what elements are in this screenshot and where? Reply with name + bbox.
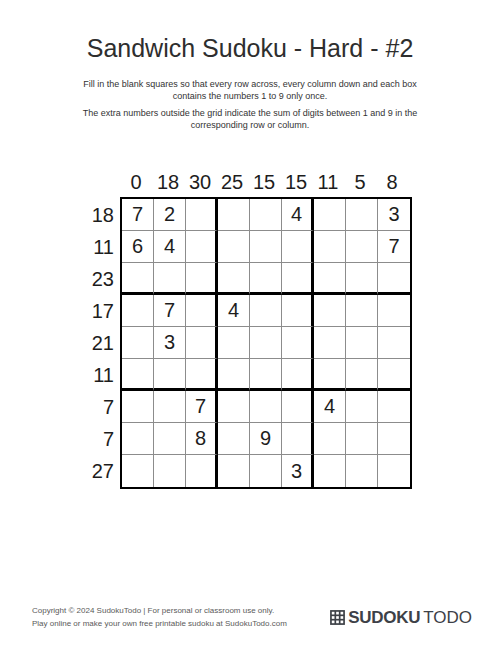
- cell-r5c9[interactable]: [378, 327, 410, 359]
- cell-r8c2[interactable]: [154, 423, 186, 455]
- cell-r9c4[interactable]: [218, 455, 250, 487]
- cell-r4c9[interactable]: [378, 295, 410, 327]
- cell-r2c2[interactable]: 4: [154, 231, 186, 263]
- cell-r5c6[interactable]: [282, 327, 314, 359]
- cell-r6c5[interactable]: [250, 359, 282, 391]
- cell-r7c4[interactable]: [218, 391, 250, 423]
- cell-r6c8[interactable]: [346, 359, 378, 391]
- grid-icon: [330, 610, 345, 625]
- logo-text-todo: TODO: [423, 609, 472, 626]
- page-title: Sandwich Sudoku - Hard - #2: [0, 0, 500, 63]
- cell-r3c6[interactable]: [282, 263, 314, 295]
- cell-r4c6[interactable]: [282, 295, 314, 327]
- cell-r9c8[interactable]: [346, 455, 378, 487]
- column-clue-8: 5: [354, 171, 365, 194]
- cell-r2c5[interactable]: [250, 231, 282, 263]
- cell-r3c3[interactable]: [186, 263, 218, 295]
- column-clue-1: 0: [130, 171, 141, 194]
- cell-r2c8[interactable]: [346, 231, 378, 263]
- cell-r1c3[interactable]: [186, 199, 218, 231]
- sandwich-sudoku-puzzle: 018302515151158 1811231721117727 7243647…: [88, 171, 412, 489]
- cell-r6c7[interactable]: [314, 359, 346, 391]
- row-clues: 1811231721117727: [88, 199, 120, 489]
- puzzle-body: 1811231721117727 724364774374893: [88, 197, 412, 489]
- cell-r4c4[interactable]: 4: [218, 295, 250, 327]
- cell-r4c3[interactable]: [186, 295, 218, 327]
- cell-r6c9[interactable]: [378, 359, 410, 391]
- sudokutodo-logo: SUDOKUTODO: [330, 609, 472, 626]
- page-footer: Copyright © 2024 SudokuTodo | For person…: [32, 604, 472, 630]
- row-clue-2: 11: [93, 236, 114, 259]
- row-clue-1: 18: [92, 204, 114, 227]
- cell-r5c5[interactable]: [250, 327, 282, 359]
- cell-r5c1[interactable]: [122, 327, 154, 359]
- cell-r1c5[interactable]: [250, 199, 282, 231]
- cell-r6c6[interactable]: [282, 359, 314, 391]
- cell-r6c2[interactable]: [154, 359, 186, 391]
- column-clue-6: 15: [285, 171, 307, 194]
- cell-r5c2[interactable]: 3: [154, 327, 186, 359]
- cell-r9c6[interactable]: 3: [282, 455, 314, 487]
- column-clue-5: 15: [253, 171, 275, 194]
- cell-r1c7[interactable]: [314, 199, 346, 231]
- cell-r4c7[interactable]: [314, 295, 346, 327]
- cell-r3c8[interactable]: [346, 263, 378, 295]
- cell-r4c1[interactable]: [122, 295, 154, 327]
- row-clue-4: 17: [92, 300, 114, 323]
- cell-r6c4[interactable]: [218, 359, 250, 391]
- cell-r8c1[interactable]: [122, 423, 154, 455]
- cell-r8c6[interactable]: [282, 423, 314, 455]
- cell-r5c7[interactable]: [314, 327, 346, 359]
- cell-r3c4[interactable]: [218, 263, 250, 295]
- cell-r8c7[interactable]: [314, 423, 346, 455]
- cell-r8c3[interactable]: 8: [186, 423, 218, 455]
- cell-r2c1[interactable]: 6: [122, 231, 154, 263]
- copyright-line-2: Play online or make your own free printa…: [32, 617, 287, 630]
- instructions-paragraph-1: Fill in the blank squares so that every …: [80, 78, 420, 102]
- cell-r9c2[interactable]: [154, 455, 186, 487]
- row-clue-6: 11: [93, 364, 114, 387]
- cell-r7c8[interactable]: [346, 391, 378, 423]
- cell-r7c6[interactable]: [282, 391, 314, 423]
- column-clue-3: 30: [189, 171, 211, 194]
- column-clue-2: 18: [157, 171, 179, 194]
- cell-r9c3[interactable]: [186, 455, 218, 487]
- printable-sudoku-page: Sandwich Sudoku - Hard - #2 Fill in the …: [0, 0, 500, 647]
- column-clue-7: 11: [318, 171, 339, 194]
- column-clue-9: 8: [386, 171, 397, 194]
- cell-r4c5[interactable]: [250, 295, 282, 327]
- cell-r5c3[interactable]: [186, 327, 218, 359]
- cell-r1c2[interactable]: 2: [154, 199, 186, 231]
- cell-r7c3[interactable]: 7: [186, 391, 218, 423]
- cell-r8c4[interactable]: [218, 423, 250, 455]
- logo-text-sudoku: SUDOKU: [348, 609, 420, 626]
- copyright-line-1: Copyright © 2024 SudokuTodo | For person…: [32, 604, 287, 617]
- column-clues: 018302515151158: [120, 171, 412, 197]
- cell-r2c3[interactable]: [186, 231, 218, 263]
- cell-r9c7[interactable]: [314, 455, 346, 487]
- row-clue-5: 21: [92, 332, 114, 355]
- cell-r1c9[interactable]: 3: [378, 199, 410, 231]
- copyright-block: Copyright © 2024 SudokuTodo | For person…: [32, 604, 287, 630]
- cell-r7c9[interactable]: [378, 391, 410, 423]
- cell-r3c5[interactable]: [250, 263, 282, 295]
- cell-r7c1[interactable]: [122, 391, 154, 423]
- row-clue-9: 27: [92, 460, 114, 483]
- cell-r7c7[interactable]: 4: [314, 391, 346, 423]
- cell-r2c7[interactable]: [314, 231, 346, 263]
- cell-r5c8[interactable]: [346, 327, 378, 359]
- cell-r1c1[interactable]: 7: [122, 199, 154, 231]
- cell-r4c2[interactable]: 7: [154, 295, 186, 327]
- cell-r3c7[interactable]: [314, 263, 346, 295]
- cell-r7c5[interactable]: [250, 391, 282, 423]
- cell-r3c2[interactable]: [154, 263, 186, 295]
- row-clue-7: 7: [103, 396, 114, 419]
- cell-r6c3[interactable]: [186, 359, 218, 391]
- cell-r1c4[interactable]: [218, 199, 250, 231]
- cell-r5c4[interactable]: [218, 327, 250, 359]
- cell-r9c1[interactable]: [122, 455, 154, 487]
- cell-r2c9[interactable]: 7: [378, 231, 410, 263]
- cell-r9c5[interactable]: [250, 455, 282, 487]
- cell-r2c4[interactable]: [218, 231, 250, 263]
- cell-r8c5[interactable]: 9: [250, 423, 282, 455]
- cell-r2c6[interactable]: [282, 231, 314, 263]
- cell-r3c9[interactable]: [378, 263, 410, 295]
- cell-r6c1[interactable]: [122, 359, 154, 391]
- row-clue-8: 7: [103, 428, 114, 451]
- cell-r7c2[interactable]: [154, 391, 186, 423]
- cell-r8c8[interactable]: [346, 423, 378, 455]
- cell-r1c6[interactable]: 4: [282, 199, 314, 231]
- instructions-paragraph-2: The extra numbers outside the grid indic…: [66, 107, 434, 131]
- cell-r9c9[interactable]: [378, 455, 410, 487]
- column-clue-4: 25: [221, 171, 243, 194]
- cell-r3c1[interactable]: [122, 263, 154, 295]
- board: 724364774374893: [120, 197, 412, 489]
- cell-r8c9[interactable]: [378, 423, 410, 455]
- cell-r1c8[interactable]: [346, 199, 378, 231]
- row-clue-3: 23: [92, 268, 114, 291]
- cell-r4c8[interactable]: [346, 295, 378, 327]
